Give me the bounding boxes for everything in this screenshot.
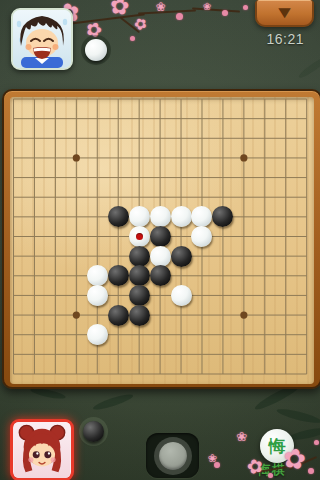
blossom-bud bbox=[243, 5, 248, 10]
stone-black bbox=[129, 305, 150, 326]
blossom-bud bbox=[268, 473, 273, 478]
opponent-avatar bbox=[11, 8, 73, 70]
stone-white bbox=[87, 285, 108, 306]
stone-white bbox=[150, 206, 171, 227]
blossom-flower-icon: ✿ bbox=[281, 444, 308, 475]
bamboo-leaf bbox=[92, 392, 134, 413]
stone-white bbox=[191, 226, 212, 247]
stone-white bbox=[129, 206, 150, 227]
blossom-flower-icon: ✿ bbox=[108, 0, 130, 19]
stone-black bbox=[108, 206, 129, 227]
blossom-flower-icon: ✿ bbox=[245, 455, 265, 477]
stone-white bbox=[87, 265, 108, 286]
player-avatar bbox=[10, 419, 74, 480]
blossom-branch bbox=[192, 7, 240, 12]
stone-white bbox=[191, 206, 212, 227]
opponent-stone-color-white bbox=[85, 39, 107, 61]
game-screen: ✿ ✿ ✿ ✿ ❀ ❀ bbox=[0, 0, 320, 480]
blossom-flower-icon: ❀ bbox=[203, 2, 211, 12]
gomoku-board[interactable] bbox=[10, 97, 314, 384]
blossom-bud bbox=[222, 10, 228, 16]
bamboo-leaf bbox=[276, 407, 320, 426]
stone-black bbox=[108, 305, 129, 326]
girl-avatar-image bbox=[13, 422, 71, 478]
stones-layer bbox=[10, 97, 314, 384]
blossom-bud bbox=[214, 462, 220, 468]
menu-dropdown-button[interactable]: ▼ bbox=[255, 0, 314, 27]
stone-white bbox=[129, 226, 150, 247]
stone-white bbox=[171, 285, 192, 306]
stone-white bbox=[150, 246, 171, 267]
blossom-bud bbox=[176, 13, 183, 20]
stone-black bbox=[129, 265, 150, 286]
stone-black bbox=[129, 246, 150, 267]
stone-white bbox=[87, 324, 108, 345]
player-stone-color-black bbox=[83, 421, 104, 442]
stone-black bbox=[108, 265, 129, 286]
blossom-flower-icon: ❀ bbox=[236, 430, 247, 443]
board-frame bbox=[2, 89, 320, 389]
blossom-bud bbox=[314, 440, 319, 445]
blossom-bud bbox=[308, 468, 314, 474]
stone-black bbox=[150, 226, 171, 247]
dropdown-arrow-icon: ▼ bbox=[274, 4, 295, 21]
stone-black bbox=[150, 265, 171, 286]
center-round-button[interactable] bbox=[146, 433, 199, 478]
blossom-bud bbox=[130, 36, 135, 41]
last-move-marker bbox=[136, 233, 143, 240]
stone-black bbox=[212, 206, 233, 227]
stone-white bbox=[171, 206, 192, 227]
blossom-flower-icon: ❀ bbox=[156, 1, 166, 13]
bamboo-leaf bbox=[297, 55, 320, 80]
boy-avatar-image bbox=[13, 10, 71, 68]
stone-black bbox=[171, 246, 192, 267]
blossom-branch bbox=[138, 9, 196, 14]
center-button-disc-icon bbox=[159, 442, 187, 470]
game-clock: 16:21 bbox=[266, 31, 304, 47]
stone-black bbox=[129, 285, 150, 306]
